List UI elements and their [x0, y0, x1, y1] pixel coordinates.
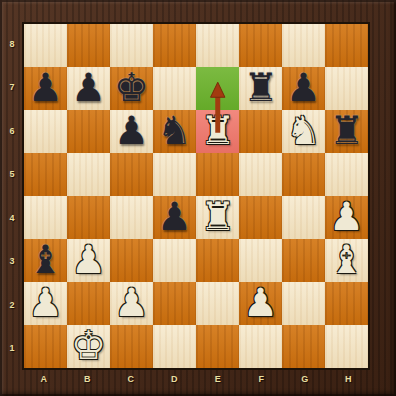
piece-white-bishop[interactable]: ♝: [329, 240, 364, 279]
square-e1[interactable]: [196, 325, 239, 368]
square-g8[interactable]: [282, 24, 325, 67]
square-e4[interactable]: ♜: [196, 196, 239, 239]
square-h5[interactable]: [325, 153, 368, 196]
square-e5[interactable]: [196, 153, 239, 196]
piece-white-knight[interactable]: ♞: [286, 111, 321, 150]
rank-label-6: 6: [9, 126, 14, 136]
square-g1[interactable]: [282, 325, 325, 368]
square-b2[interactable]: [67, 282, 110, 325]
square-c7[interactable]: ♚: [110, 67, 153, 110]
square-f7[interactable]: ♜: [239, 67, 282, 110]
piece-white-pawn[interactable]: ♟: [114, 283, 149, 322]
piece-black-pawn[interactable]: ♟: [114, 111, 149, 150]
rank-label-3: 3: [9, 256, 14, 266]
square-a8[interactable]: [24, 24, 67, 67]
square-d4[interactable]: ♟: [153, 196, 196, 239]
piece-black-pawn[interactable]: ♟: [71, 68, 106, 107]
square-c1[interactable]: [110, 325, 153, 368]
square-h3[interactable]: ♝: [325, 239, 368, 282]
square-c2[interactable]: ♟: [110, 282, 153, 325]
square-f1[interactable]: [239, 325, 282, 368]
square-c6[interactable]: ♟: [110, 110, 153, 153]
square-a7[interactable]: ♟: [24, 67, 67, 110]
file-label-d: D: [171, 374, 178, 384]
square-h8[interactable]: [325, 24, 368, 67]
square-h1[interactable]: [325, 325, 368, 368]
square-d8[interactable]: [153, 24, 196, 67]
square-b4[interactable]: [67, 196, 110, 239]
piece-black-pawn[interactable]: ♟: [157, 197, 192, 236]
square-a2[interactable]: ♟: [24, 282, 67, 325]
square-b3[interactable]: ♟: [67, 239, 110, 282]
square-g3[interactable]: [282, 239, 325, 282]
square-b7[interactable]: ♟: [67, 67, 110, 110]
square-g5[interactable]: [282, 153, 325, 196]
file-labels: ABCDEFGH: [22, 370, 370, 396]
piece-black-rook[interactable]: ♜: [243, 68, 278, 107]
square-a4[interactable]: [24, 196, 67, 239]
square-g6[interactable]: ♞: [282, 110, 325, 153]
square-h4[interactable]: ♟: [325, 196, 368, 239]
chess-board: ♟♟♚♜♟♟♞♜♞♜♟♜♟♝♟♝♟♟♟♚: [22, 22, 370, 370]
square-b5[interactable]: [67, 153, 110, 196]
rank-label-4: 4: [9, 213, 14, 223]
file-label-g: G: [301, 374, 308, 384]
square-f8[interactable]: [239, 24, 282, 67]
square-d7[interactable]: [153, 67, 196, 110]
square-a5[interactable]: [24, 153, 67, 196]
chessboard-frame: 87654321 ABCDEFGH ♟♟♚♜♟♟♞♜♞♜♟♜♟♝♟♝♟♟♟♚: [0, 0, 396, 396]
piece-white-rook[interactable]: ♜: [200, 197, 235, 236]
square-d3[interactable]: [153, 239, 196, 282]
square-c3[interactable]: [110, 239, 153, 282]
piece-white-pawn[interactable]: ♟: [329, 197, 364, 236]
square-f2[interactable]: ♟: [239, 282, 282, 325]
file-label-b: B: [84, 374, 91, 384]
square-b1[interactable]: ♚: [67, 325, 110, 368]
file-label-h: H: [345, 374, 352, 384]
square-d5[interactable]: [153, 153, 196, 196]
piece-black-pawn[interactable]: ♟: [286, 68, 321, 107]
square-f4[interactable]: [239, 196, 282, 239]
square-b6[interactable]: [67, 110, 110, 153]
piece-black-king[interactable]: ♚: [114, 68, 149, 107]
piece-white-pawn[interactable]: ♟: [243, 283, 278, 322]
square-g7[interactable]: ♟: [282, 67, 325, 110]
square-a1[interactable]: [24, 325, 67, 368]
square-e2[interactable]: [196, 282, 239, 325]
square-b8[interactable]: [67, 24, 110, 67]
rank-label-5: 5: [9, 169, 14, 179]
rank-labels: 87654321: [0, 22, 22, 370]
square-g4[interactable]: [282, 196, 325, 239]
piece-black-rook[interactable]: ♜: [329, 111, 364, 150]
rank-label-2: 2: [9, 300, 14, 310]
square-e8[interactable]: [196, 24, 239, 67]
square-h6[interactable]: ♜: [325, 110, 368, 153]
square-f3[interactable]: [239, 239, 282, 282]
file-label-f: F: [259, 374, 265, 384]
square-e6[interactable]: ♜: [196, 110, 239, 153]
piece-white-rook[interactable]: ♜: [200, 111, 235, 150]
square-a6[interactable]: [24, 110, 67, 153]
square-d6[interactable]: ♞: [153, 110, 196, 153]
square-f6[interactable]: [239, 110, 282, 153]
rank-label-8: 8: [9, 39, 14, 49]
square-f5[interactable]: [239, 153, 282, 196]
piece-white-pawn[interactable]: ♟: [71, 240, 106, 279]
square-h2[interactable]: [325, 282, 368, 325]
square-c5[interactable]: [110, 153, 153, 196]
square-e3[interactable]: [196, 239, 239, 282]
rank-label-1: 1: [9, 343, 14, 353]
file-label-c: C: [128, 374, 135, 384]
file-label-e: E: [215, 374, 221, 384]
square-d1[interactable]: [153, 325, 196, 368]
square-a3[interactable]: ♝: [24, 239, 67, 282]
square-d2[interactable]: [153, 282, 196, 325]
file-label-a: A: [41, 374, 48, 384]
square-h7[interactable]: [325, 67, 368, 110]
square-c8[interactable]: [110, 24, 153, 67]
piece-black-knight[interactable]: ♞: [157, 111, 192, 150]
piece-black-bishop[interactable]: ♝: [28, 240, 63, 279]
piece-black-pawn[interactable]: ♟: [28, 68, 63, 107]
rank-label-7: 7: [9, 82, 14, 92]
square-g2[interactable]: [282, 282, 325, 325]
square-e7[interactable]: [196, 67, 239, 110]
square-c4[interactable]: [110, 196, 153, 239]
piece-white-king[interactable]: ♚: [71, 326, 106, 365]
piece-white-pawn[interactable]: ♟: [28, 283, 63, 322]
